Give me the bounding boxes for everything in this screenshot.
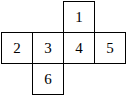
face-number: 3 xyxy=(44,41,52,56)
cube-net-grid: 1 2 3 4 5 6 xyxy=(1,1,126,94)
face-number: 5 xyxy=(106,41,114,56)
face-number: 6 xyxy=(44,72,52,87)
net-face-5: 5 xyxy=(94,32,126,64)
net-face-1: 1 xyxy=(63,1,95,33)
net-face-3: 3 xyxy=(32,32,64,64)
net-face-6: 6 xyxy=(32,63,64,95)
cube-net-diagram: 1 2 3 4 5 6 xyxy=(0,0,127,95)
face-number: 1 xyxy=(75,10,83,25)
net-face-2: 2 xyxy=(1,32,33,64)
net-face-4: 4 xyxy=(63,32,95,64)
face-number: 2 xyxy=(13,41,21,56)
face-number: 4 xyxy=(75,41,83,56)
